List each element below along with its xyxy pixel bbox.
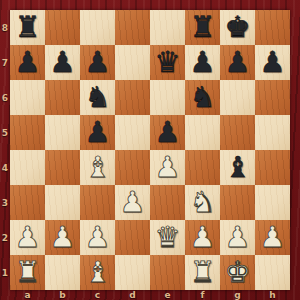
file-label-g: g [220, 290, 255, 300]
black-knight-piece[interactable]: ♞ [190, 80, 216, 115]
square-c2[interactable]: ♟ [80, 220, 115, 255]
white-queen-piece[interactable]: ♛ [155, 220, 181, 255]
file-label-d: d [115, 290, 150, 300]
square-f4[interactable] [185, 150, 220, 185]
white-bishop-piece[interactable]: ♝ [85, 255, 111, 290]
white-pawn-piece[interactable]: ♟ [190, 220, 216, 255]
square-a2[interactable]: ♟ [10, 220, 45, 255]
square-d8[interactable] [115, 10, 150, 45]
square-e8[interactable] [150, 10, 185, 45]
square-c5[interactable]: ♟ [80, 115, 115, 150]
square-g8[interactable]: ♚ [220, 10, 255, 45]
square-d7[interactable] [115, 45, 150, 80]
square-g1[interactable]: ♚ [220, 255, 255, 290]
white-pawn-piece[interactable]: ♟ [15, 220, 41, 255]
black-pawn-piece[interactable]: ♟ [190, 45, 216, 80]
square-g2[interactable]: ♟ [220, 220, 255, 255]
white-king-piece[interactable]: ♚ [225, 255, 251, 290]
square-b4[interactable] [45, 150, 80, 185]
square-a6[interactable] [10, 80, 45, 115]
white-pawn-piece[interactable]: ♟ [260, 220, 286, 255]
rank-label-3: 3 [0, 185, 10, 220]
square-h8[interactable] [255, 10, 290, 45]
square-g3[interactable] [220, 185, 255, 220]
square-c7[interactable]: ♟ [80, 45, 115, 80]
black-bishop-piece[interactable]: ♝ [225, 150, 251, 185]
square-e7[interactable]: ♛ [150, 45, 185, 80]
file-label-f: f [185, 290, 220, 300]
square-b5[interactable] [45, 115, 80, 150]
black-king-piece[interactable]: ♚ [225, 10, 251, 45]
square-d4[interactable] [115, 150, 150, 185]
square-c4[interactable]: ♝ [80, 150, 115, 185]
square-f7[interactable]: ♟ [185, 45, 220, 80]
rank-label-8: 8 [0, 10, 10, 45]
file-label-c: c [80, 290, 115, 300]
square-f2[interactable]: ♟ [185, 220, 220, 255]
square-g6[interactable] [220, 80, 255, 115]
white-pawn-piece[interactable]: ♟ [85, 220, 111, 255]
square-h3[interactable] [255, 185, 290, 220]
black-pawn-piece[interactable]: ♟ [225, 45, 251, 80]
white-pawn-piece[interactable]: ♟ [50, 220, 76, 255]
square-b8[interactable] [45, 10, 80, 45]
black-pawn-piece[interactable]: ♟ [85, 115, 111, 150]
square-h6[interactable] [255, 80, 290, 115]
square-c6[interactable]: ♞ [80, 80, 115, 115]
white-knight-piece[interactable]: ♞ [190, 185, 216, 220]
black-pawn-piece[interactable]: ♟ [260, 45, 286, 80]
black-pawn-piece[interactable]: ♟ [85, 45, 111, 80]
file-label-e: e [150, 290, 185, 300]
square-e3[interactable] [150, 185, 185, 220]
square-b7[interactable]: ♟ [45, 45, 80, 80]
square-a8[interactable]: ♜ [10, 10, 45, 45]
square-f3[interactable]: ♞ [185, 185, 220, 220]
square-f5[interactable] [185, 115, 220, 150]
square-e1[interactable] [150, 255, 185, 290]
black-pawn-piece[interactable]: ♟ [15, 45, 41, 80]
rank-label-5: 5 [0, 115, 10, 150]
rank-label-7: 7 [0, 45, 10, 80]
square-d1[interactable] [115, 255, 150, 290]
black-pawn-piece[interactable]: ♟ [155, 115, 181, 150]
square-d3[interactable]: ♟ [115, 185, 150, 220]
square-h2[interactable]: ♟ [255, 220, 290, 255]
square-a5[interactable] [10, 115, 45, 150]
square-c1[interactable]: ♝ [80, 255, 115, 290]
file-label-a: a [10, 290, 45, 300]
white-rook-piece[interactable]: ♜ [15, 255, 41, 290]
black-knight-piece[interactable]: ♞ [85, 80, 111, 115]
black-rook-piece[interactable]: ♜ [190, 10, 216, 45]
white-rook-piece[interactable]: ♜ [190, 255, 216, 290]
square-a1[interactable]: ♜ [10, 255, 45, 290]
white-bishop-piece[interactable]: ♝ [85, 150, 111, 185]
black-rook-piece[interactable]: ♜ [15, 10, 41, 45]
rank-label-1: 1 [0, 255, 10, 290]
square-b1[interactable] [45, 255, 80, 290]
square-f1[interactable]: ♜ [185, 255, 220, 290]
square-d5[interactable] [115, 115, 150, 150]
square-b6[interactable] [45, 80, 80, 115]
square-h7[interactable]: ♟ [255, 45, 290, 80]
square-a7[interactable]: ♟ [10, 45, 45, 80]
black-pawn-piece[interactable]: ♟ [50, 45, 76, 80]
square-h5[interactable] [255, 115, 290, 150]
white-pawn-piece[interactable]: ♟ [225, 220, 251, 255]
white-pawn-piece[interactable]: ♟ [155, 150, 181, 185]
rank-label-2: 2 [0, 220, 10, 255]
square-g4[interactable]: ♝ [220, 150, 255, 185]
square-g7[interactable]: ♟ [220, 45, 255, 80]
square-e2[interactable]: ♛ [150, 220, 185, 255]
square-e6[interactable] [150, 80, 185, 115]
square-f8[interactable]: ♜ [185, 10, 220, 45]
board-frame: ♜♜♚♟♟♟♛♟♟♟♞♞♟♟♝♟♝♟♞♟♟♟♛♟♟♟♜♝♜♚ 87654321a… [0, 0, 300, 300]
square-h4[interactable] [255, 150, 290, 185]
rank-label-4: 4 [0, 150, 10, 185]
square-g5[interactable] [220, 115, 255, 150]
square-a3[interactable] [10, 185, 45, 220]
chess-board: ♜♜♚♟♟♟♛♟♟♟♞♞♟♟♝♟♝♟♞♟♟♟♛♟♟♟♜♝♜♚ [10, 10, 290, 290]
square-h1[interactable] [255, 255, 290, 290]
square-d6[interactable] [115, 80, 150, 115]
square-b3[interactable] [45, 185, 80, 220]
square-f6[interactable]: ♞ [185, 80, 220, 115]
rank-label-6: 6 [0, 80, 10, 115]
square-e4[interactable]: ♟ [150, 150, 185, 185]
square-d2[interactable] [115, 220, 150, 255]
square-b2[interactable]: ♟ [45, 220, 80, 255]
square-c3[interactable] [80, 185, 115, 220]
black-queen-piece[interactable]: ♛ [155, 45, 181, 80]
file-label-h: h [255, 290, 290, 300]
white-pawn-piece[interactable]: ♟ [120, 185, 146, 220]
square-a4[interactable] [10, 150, 45, 185]
square-c8[interactable] [80, 10, 115, 45]
file-label-b: b [45, 290, 80, 300]
square-e5[interactable]: ♟ [150, 115, 185, 150]
